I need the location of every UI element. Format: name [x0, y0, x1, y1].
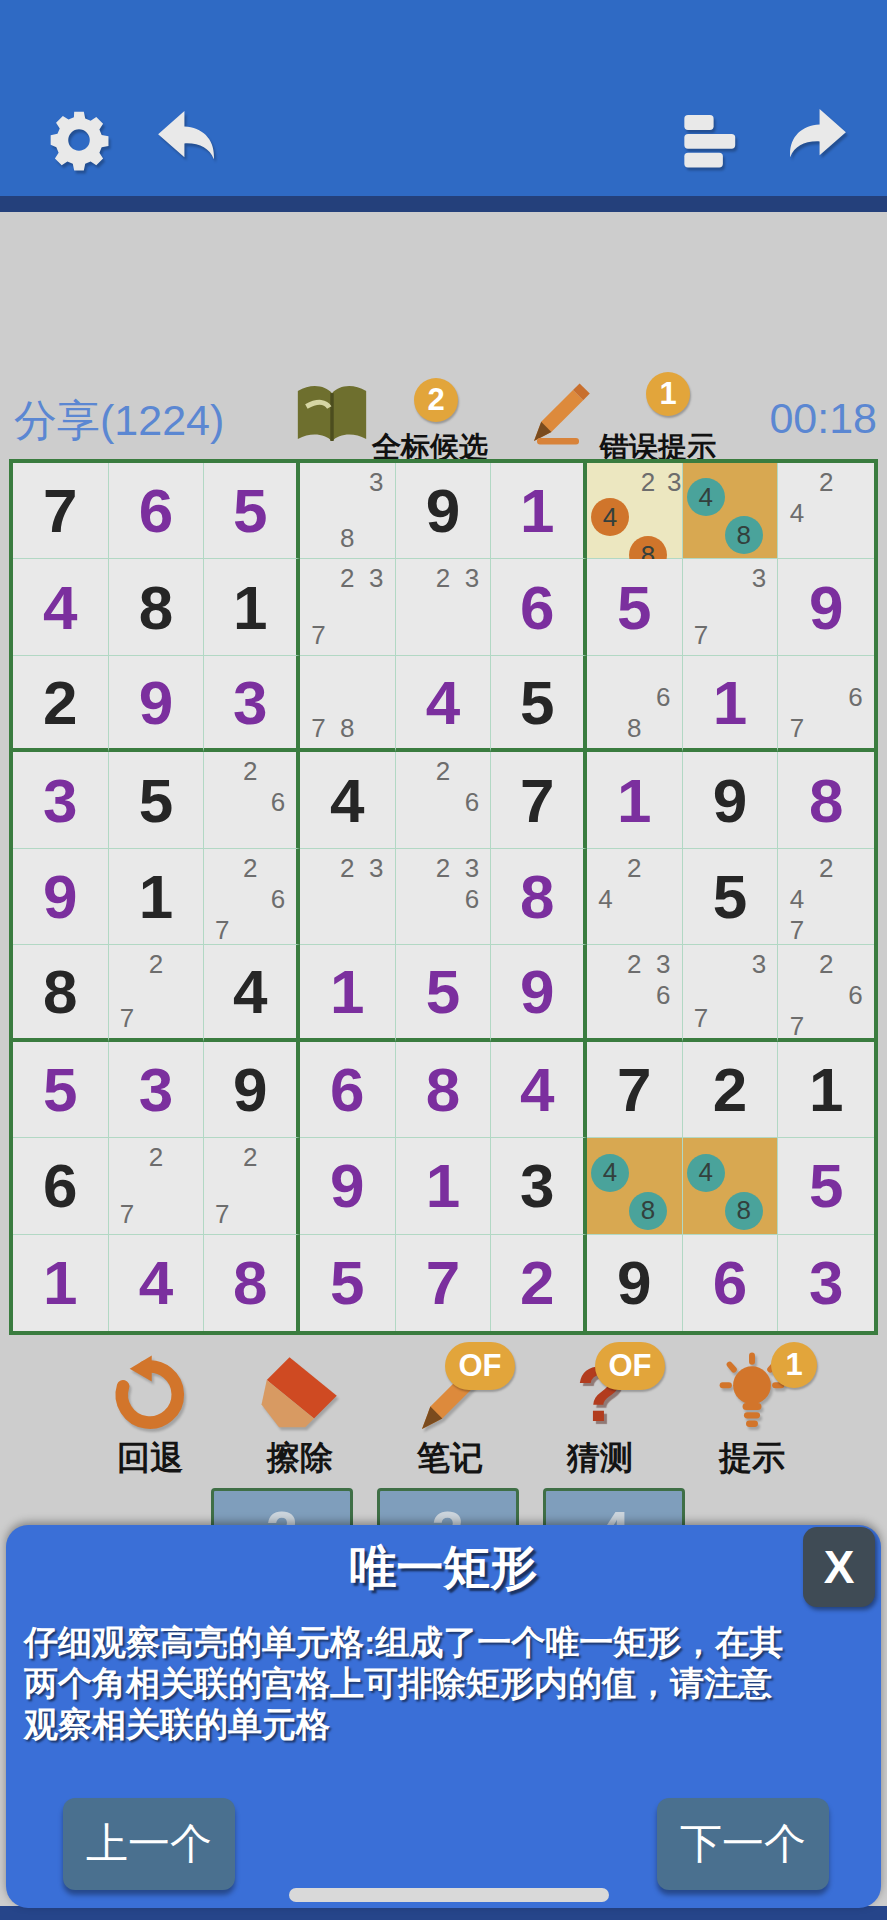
note-digit: 3 [457, 563, 486, 594]
cell-r3c3[interactable]: 3 [204, 656, 300, 752]
candidates-count-badge: 2 [414, 378, 458, 422]
note-digit: 3 [362, 563, 391, 594]
pencil-notes: 48 [687, 467, 774, 554]
user-digit: 5 [204, 463, 296, 558]
pencil-notes: 236 [591, 949, 678, 1033]
cell-r2c7[interactable]: 5 [587, 559, 683, 655]
given-digit: 5 [683, 849, 778, 944]
user-digit: 4 [491, 1042, 583, 1137]
user-digit: 6 [300, 1042, 395, 1137]
pencil-notes: 236 [400, 853, 487, 940]
note-digit: 8 [333, 713, 362, 744]
user-digit: 9 [109, 656, 204, 748]
highlighted-note-digit: 4 [687, 1154, 725, 1192]
bottom-strip [0, 1906, 887, 1920]
note-digit: 2 [236, 1142, 264, 1173]
cell-r6c7[interactable]: 236 [587, 945, 683, 1041]
cell-r5c9[interactable]: 247 [778, 849, 874, 945]
cell-r3c7[interactable]: 68 [587, 656, 683, 752]
cell-r1c7[interactable]: 2348 [587, 463, 683, 559]
toolbar-badge: 1 [771, 1342, 817, 1388]
cell-r3c9[interactable]: 67 [778, 656, 874, 752]
dialog-close-button[interactable]: X [803, 1527, 875, 1607]
pencil-notes: 27 [208, 1142, 292, 1229]
given-digit: 7 [13, 463, 108, 558]
sudoku-app-screen: 分享(1224) 2 全标候选 1 错误提示 00:18 76538912348… [0, 0, 887, 1920]
toolbar-item-bulb[interactable]: 1提示 [676, 1352, 828, 1481]
note-digit: 2 [629, 467, 667, 498]
cell-r1c8[interactable]: 48 [683, 463, 779, 559]
cell-r8c7[interactable]: 48 [587, 1138, 683, 1234]
cell-r6c5[interactable]: 5 [396, 945, 492, 1041]
eraser-icon [257, 1352, 343, 1436]
cell-r8c9[interactable]: 5 [778, 1138, 874, 1234]
cell-r3c1[interactable]: 2 [13, 656, 109, 752]
pencil-notes: 37 [687, 563, 774, 650]
note-digit: 6 [457, 787, 486, 818]
user-digit: 9 [300, 1138, 395, 1233]
cell-r9c3[interactable]: 8 [204, 1235, 300, 1331]
pencil-notes: 78 [304, 660, 391, 744]
candidates-book-icon[interactable] [284, 374, 380, 456]
cell-r7c6[interactable]: 4 [491, 1042, 587, 1138]
toolbar-label: 擦除 [267, 1436, 333, 1481]
toolbar-label: 笔记 [417, 1436, 483, 1481]
cell-r2c3[interactable]: 1 [204, 559, 300, 655]
cell-r5c7[interactable]: 24 [587, 849, 683, 945]
pencil-notes: 48 [687, 1142, 774, 1229]
pencil-notes: 67 [782, 660, 870, 744]
note-digit: 2 [236, 756, 264, 787]
given-digit: 3 [491, 1138, 583, 1233]
cell-r1c5[interactable]: 9 [396, 463, 492, 559]
cell-r4c8[interactable]: 9 [683, 752, 779, 848]
highlighted-note-digit: 4 [591, 1154, 629, 1192]
user-digit: 8 [491, 849, 583, 944]
user-digit: 5 [587, 559, 682, 654]
cell-r3c4[interactable]: 78 [300, 656, 396, 752]
sudoku-board: 7653891234848244812372365379293784568167… [9, 459, 878, 1335]
cell-r5c5[interactable]: 236 [396, 849, 492, 945]
cell-r7c5[interactable]: 8 [396, 1042, 492, 1138]
cell-r8c5[interactable]: 1 [396, 1138, 492, 1234]
cell-r4c5[interactable]: 26 [396, 752, 492, 848]
given-digit: 7 [587, 1042, 682, 1137]
toolbar-badge: OF [595, 1342, 665, 1390]
note-digit: 2 [620, 949, 649, 980]
note-digit: 2 [812, 853, 841, 884]
given-digit: 5 [491, 656, 583, 748]
share-count-label[interactable]: 分享(1224) [14, 392, 224, 450]
pencil-notes: 27 [113, 949, 200, 1033]
cell-r5c4[interactable]: 23 [300, 849, 396, 945]
note-digit: 7 [687, 1003, 716, 1034]
cell-r7c3[interactable]: 9 [204, 1042, 300, 1138]
undo-circle-icon [107, 1352, 193, 1436]
user-digit: 3 [204, 656, 296, 748]
cell-r6c1[interactable]: 8 [13, 945, 109, 1041]
user-digit: 5 [778, 1138, 874, 1233]
note-digit: 2 [333, 853, 362, 884]
cell-r2c9[interactable]: 9 [778, 559, 874, 655]
cell-r9c7[interactable]: 9 [587, 1235, 683, 1331]
cell-r4c2[interactable]: 5 [109, 752, 205, 848]
user-digit: 6 [683, 1235, 778, 1331]
given-digit: 2 [13, 656, 108, 748]
cell-r9c1[interactable]: 1 [13, 1235, 109, 1331]
note-digit: 3 [362, 853, 391, 884]
pencil-notes: 37 [687, 949, 774, 1033]
cell-r3c5[interactable]: 4 [396, 656, 492, 752]
cell-r9c2[interactable]: 4 [109, 1235, 205, 1331]
given-digit: 5 [109, 752, 204, 847]
top-bar-divider [0, 196, 887, 212]
note-digit: 7 [687, 620, 716, 651]
dialog-title: 唯一矩形 [6, 1525, 881, 1600]
given-digit: 2 [683, 1042, 778, 1137]
pencil-icon: OF [407, 1352, 493, 1436]
user-digit: 7 [396, 1235, 491, 1331]
pencil-notes: 38 [304, 467, 391, 554]
cell-r6c9[interactable]: 267 [778, 945, 874, 1041]
cell-r5c1[interactable]: 9 [13, 849, 109, 945]
cell-r3c6[interactable]: 5 [491, 656, 587, 752]
cell-r7c8[interactable]: 2 [683, 1042, 779, 1138]
top-bar [0, 0, 887, 196]
note-digit: 6 [264, 884, 292, 915]
note-digit: 3 [649, 949, 678, 980]
cell-r8c3[interactable]: 27 [204, 1138, 300, 1234]
cell-r2c1[interactable]: 4 [13, 559, 109, 655]
cell-r7c4[interactable]: 6 [300, 1042, 396, 1138]
cell-r6c3[interactable]: 4 [204, 945, 300, 1041]
user-digit: 1 [491, 463, 583, 558]
note-digit: 7 [113, 1003, 142, 1034]
cell-r1c2[interactable]: 6 [109, 463, 205, 559]
toolbar-label: 回退 [117, 1436, 183, 1481]
note-digit: 7 [304, 713, 333, 744]
note-digit: 6 [841, 682, 870, 713]
user-digit: 5 [13, 1042, 108, 1137]
user-digit: 3 [109, 1042, 204, 1137]
toolbar-item-pencil[interactable]: OF笔记 [374, 1352, 526, 1481]
undo-icon[interactable] [146, 100, 226, 176]
given-digit: 6 [13, 1138, 108, 1233]
note-digit: 2 [812, 949, 841, 980]
cell-r4c1[interactable]: 3 [13, 752, 109, 848]
user-digit: 1 [683, 656, 778, 748]
toolbar-item-eraser[interactable]: 擦除 [224, 1352, 376, 1481]
user-digit: 8 [204, 1235, 296, 1331]
pencil-notes: 267 [782, 949, 870, 1033]
cell-r2c4[interactable]: 237 [300, 559, 396, 655]
cell-r8c4[interactable]: 9 [300, 1138, 396, 1234]
toolbar-label: 提示 [719, 1436, 785, 1481]
user-digit: 6 [491, 559, 583, 654]
given-digit: 1 [204, 559, 296, 654]
cell-r9c5[interactable]: 7 [396, 1235, 492, 1331]
highlighted-note-digit: 8 [725, 1192, 763, 1230]
cell-r5c3[interactable]: 267 [204, 849, 300, 945]
user-digit: 3 [13, 752, 108, 847]
note-digit: 2 [142, 1142, 171, 1173]
note-digit: 4 [782, 884, 811, 915]
note-digit: 2 [429, 563, 458, 594]
note-digit: 6 [649, 682, 678, 713]
cell-r7c2[interactable]: 3 [109, 1042, 205, 1138]
user-digit: 9 [491, 945, 583, 1037]
cell-r2c5[interactable]: 23 [396, 559, 492, 655]
cell-r4c6[interactable]: 7 [491, 752, 587, 848]
cell-r9c8[interactable]: 6 [683, 1235, 779, 1331]
cell-r1c4[interactable]: 38 [300, 463, 396, 559]
note-digit: 7 [782, 1011, 811, 1042]
note-digit: 2 [429, 853, 458, 884]
note-digit: 2 [333, 563, 362, 594]
user-digit: 5 [300, 1235, 395, 1331]
menu-icon[interactable] [672, 104, 746, 178]
note-digit: 3 [362, 467, 391, 498]
cell-r5c8[interactable]: 5 [683, 849, 779, 945]
note-digit: 6 [649, 980, 678, 1011]
home-indicator [289, 1888, 609, 1902]
user-digit: 4 [13, 559, 108, 654]
cell-r9c4[interactable]: 5 [300, 1235, 396, 1331]
given-digit: 9 [683, 752, 778, 847]
pencil-notes: 68 [591, 660, 678, 744]
cell-r7c1[interactable]: 5 [13, 1042, 109, 1138]
note-digit: 7 [782, 713, 811, 744]
note-digit: 8 [620, 713, 649, 744]
pencil-notes: 24 [591, 853, 678, 940]
given-digit: 9 [204, 1042, 296, 1137]
user-digit: 1 [300, 945, 395, 1037]
note-digit: 2 [429, 756, 458, 787]
note-digit: 4 [782, 498, 811, 529]
toolbar-item-undo-circle[interactable]: 回退 [74, 1352, 226, 1481]
given-digit: 4 [300, 752, 395, 847]
user-digit: 9 [13, 849, 108, 944]
previous-hint-button[interactable]: 上一个 [63, 1798, 235, 1890]
note-digit: 8 [333, 523, 362, 554]
error-pencil-icon[interactable] [522, 376, 594, 452]
user-digit: 2 [491, 1235, 583, 1331]
user-digit: 1 [13, 1235, 108, 1331]
given-digit: 4 [204, 945, 296, 1037]
given-digit: 9 [396, 463, 491, 558]
note-digit: 2 [812, 467, 841, 498]
redo-icon[interactable] [778, 98, 858, 174]
cell-r4c7[interactable]: 1 [587, 752, 683, 848]
cell-r7c7[interactable]: 7 [587, 1042, 683, 1138]
cell-r6c2[interactable]: 27 [109, 945, 205, 1041]
given-digit: 7 [491, 752, 583, 847]
cell-r4c9[interactable]: 8 [778, 752, 874, 848]
toolbar-badge: OF [445, 1342, 515, 1390]
note-digit: 7 [208, 1199, 236, 1230]
cell-r9c6[interactable]: 2 [491, 1235, 587, 1331]
note-digit: 2 [620, 853, 649, 884]
toolbar-item-question[interactable]: ?OF猜测 [524, 1352, 676, 1481]
given-digit: 1 [778, 1042, 874, 1137]
timer: 00:18 [769, 394, 877, 443]
highlighted-note-digit: 8 [725, 516, 763, 554]
cell-r3c8[interactable]: 1 [683, 656, 779, 752]
toolbar-label: 猜测 [567, 1436, 633, 1481]
pencil-notes: 267 [208, 853, 292, 940]
cell-r5c6[interactable]: 8 [491, 849, 587, 945]
dialog-body-text: 仔细观察高亮的单元格:组成了一个唯一矩形，在其 两个角相关联的宫格上可排除矩形内… [24, 1622, 863, 1745]
pencil-notes: 27 [113, 1142, 200, 1229]
cell-r7c9[interactable]: 1 [778, 1042, 874, 1138]
note-digit: 7 [113, 1199, 142, 1230]
error-count-badge: 1 [646, 372, 690, 416]
user-digit: 9 [778, 559, 874, 654]
note-digit: 7 [782, 915, 811, 946]
cell-r8c6[interactable]: 3 [491, 1138, 587, 1234]
cell-r8c2[interactable]: 27 [109, 1138, 205, 1234]
cell-r8c8[interactable]: 48 [683, 1138, 779, 1234]
cell-r9c9[interactable]: 3 [778, 1235, 874, 1331]
pencil-notes: 23 [400, 563, 487, 650]
note-digit: 2 [236, 853, 264, 884]
note-digit: 3 [744, 949, 773, 980]
cell-r2c6[interactable]: 6 [491, 559, 587, 655]
cell-r6c4[interactable]: 1 [300, 945, 396, 1041]
pencil-notes: 237 [304, 563, 391, 650]
note-digit: 6 [841, 980, 870, 1011]
cell-r4c4[interactable]: 4 [300, 752, 396, 848]
highlighted-note-digit: 8 [629, 1192, 667, 1230]
note-digit: 3 [667, 467, 681, 498]
cell-r8c1[interactable]: 6 [13, 1138, 109, 1234]
pencil-notes: 247 [782, 853, 870, 940]
given-digit: 9 [587, 1235, 682, 1331]
cell-r5c2[interactable]: 1 [109, 849, 205, 945]
note-digit: 4 [591, 884, 620, 915]
note-digit: 7 [304, 620, 333, 651]
highlighted-note-digit: 4 [687, 478, 725, 516]
cell-r1c3[interactable]: 5 [204, 463, 300, 559]
cell-r1c9[interactable]: 24 [778, 463, 874, 559]
pencil-notes: 23 [304, 853, 391, 940]
cell-r2c8[interactable]: 37 [683, 559, 779, 655]
given-digit: 1 [109, 849, 204, 944]
given-digit: 8 [13, 945, 108, 1037]
user-digit: 8 [396, 1042, 491, 1137]
bulb-icon: 1 [709, 1352, 795, 1436]
pencil-notes: 2348 [591, 467, 678, 554]
user-digit: 8 [778, 752, 874, 847]
note-digit: 6 [457, 884, 486, 915]
user-digit: 1 [396, 1138, 491, 1233]
hint-dialog: 唯一矩形 X 仔细观察高亮的单元格:组成了一个唯一矩形，在其 两个角相关联的宫格… [6, 1525, 881, 1908]
pencil-notes: 48 [591, 1142, 678, 1229]
settings-gear-icon[interactable] [45, 106, 113, 174]
pencil-notes: 26 [400, 756, 487, 843]
given-digit: 8 [109, 559, 204, 654]
user-digit: 3 [778, 1235, 874, 1331]
cell-r4c3[interactable]: 26 [204, 752, 300, 848]
user-digit: 4 [396, 656, 491, 748]
pencil-notes: 24 [782, 467, 870, 554]
question-icon: ?OF [557, 1352, 643, 1436]
cell-r3c2[interactable]: 9 [109, 656, 205, 752]
note-digit: 7 [208, 915, 236, 946]
cell-r6c8[interactable]: 37 [683, 945, 779, 1041]
highlighted-note-digit: 4 [591, 498, 629, 536]
user-digit: 1 [587, 752, 682, 847]
note-digit: 2 [142, 949, 171, 980]
note-digit: 6 [264, 787, 292, 818]
note-digit: 3 [457, 853, 486, 884]
cell-r2c2[interactable]: 8 [109, 559, 205, 655]
user-digit: 4 [109, 1235, 204, 1331]
cell-r6c6[interactable]: 9 [491, 945, 587, 1041]
pencil-notes: 26 [208, 756, 292, 843]
cell-r1c6[interactable]: 1 [491, 463, 587, 559]
cell-r1c1[interactable]: 7 [13, 463, 109, 559]
user-digit: 6 [109, 463, 204, 558]
user-digit: 5 [396, 945, 491, 1037]
note-digit: 3 [744, 563, 773, 594]
next-hint-button[interactable]: 下一个 [657, 1798, 829, 1890]
